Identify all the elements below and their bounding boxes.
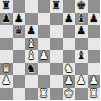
piece-white-pawn[interactable]: ♟: [89, 75, 99, 88]
square-e7[interactable]: [50, 13, 63, 26]
square-g5[interactable]: [75, 38, 88, 51]
piece-white-knight[interactable]: ♞: [64, 63, 74, 76]
piece-black-pawn[interactable]: ♟: [1, 13, 11, 26]
square-c7[interactable]: [25, 13, 38, 26]
square-d1[interactable]: ♜: [38, 88, 51, 101]
square-h3[interactable]: [88, 63, 101, 76]
square-a4[interactable]: [0, 50, 13, 63]
piece-white-pawn[interactable]: ♟: [76, 75, 86, 88]
square-f7[interactable]: ♟: [63, 13, 76, 26]
square-h2[interactable]: ♟: [88, 75, 101, 88]
square-a1[interactable]: [0, 88, 13, 101]
square-e2[interactable]: [50, 75, 63, 88]
piece-black-pawn[interactable]: ♟: [26, 25, 36, 38]
piece-black-pawn[interactable]: ♟: [89, 13, 99, 26]
square-f4[interactable]: [63, 50, 76, 63]
square-d5[interactable]: [38, 38, 51, 51]
square-f8[interactable]: [63, 0, 76, 13]
square-b4[interactable]: [13, 50, 26, 63]
square-b5[interactable]: [13, 38, 26, 51]
square-c8[interactable]: [25, 0, 38, 13]
square-g7[interactable]: ♝: [75, 13, 88, 26]
piece-black-bishop[interactable]: ♝: [76, 50, 86, 63]
square-a7[interactable]: ♟: [0, 13, 13, 26]
square-g1[interactable]: [75, 88, 88, 101]
square-f1[interactable]: ♚: [63, 88, 76, 101]
square-c6[interactable]: ♟: [25, 25, 38, 38]
piece-black-king[interactable]: ♚: [76, 0, 86, 13]
piece-black-rook[interactable]: ♜: [51, 0, 61, 13]
piece-white-rook[interactable]: ♜: [89, 88, 99, 101]
square-a8[interactable]: ♜: [0, 0, 13, 13]
square-d6[interactable]: [38, 25, 51, 38]
square-h1[interactable]: ♜: [88, 88, 101, 101]
square-f2[interactable]: ♟: [63, 75, 76, 88]
square-f6[interactable]: [63, 25, 76, 38]
piece-white-queen[interactable]: ♛: [1, 63, 11, 76]
square-a6[interactable]: [0, 25, 13, 38]
square-c2[interactable]: [25, 75, 38, 88]
square-h8[interactable]: [88, 0, 101, 13]
square-e4[interactable]: [50, 50, 63, 63]
square-b2[interactable]: [13, 75, 26, 88]
square-g3[interactable]: [75, 63, 88, 76]
square-d3[interactable]: [38, 63, 51, 76]
piece-white-bishop[interactable]: ♝: [26, 38, 36, 51]
piece-white-king[interactable]: ♚: [64, 88, 74, 101]
square-e5[interactable]: [50, 38, 63, 51]
square-b1[interactable]: [13, 88, 26, 101]
square-c4[interactable]: ♝: [25, 50, 38, 63]
piece-black-rook[interactable]: ♜: [1, 0, 11, 13]
square-e6[interactable]: [50, 25, 63, 38]
square-f5[interactable]: [63, 38, 76, 51]
square-a3[interactable]: ♛: [0, 63, 13, 76]
square-b7[interactable]: ♟: [13, 13, 26, 26]
chess-board: ♜♜♚♟♟♟♝♟♛♟♟♝♝♟♝♛♞♞♟♟♟♟♜♚♜: [0, 0, 100, 100]
square-g8[interactable]: ♚: [75, 0, 88, 13]
square-h7[interactable]: ♟: [88, 13, 101, 26]
square-a2[interactable]: ♟: [0, 75, 13, 88]
square-b8[interactable]: [13, 0, 26, 13]
piece-black-pawn[interactable]: ♟: [14, 13, 24, 26]
piece-black-knight[interactable]: ♞: [26, 63, 36, 76]
square-d4[interactable]: ♟: [38, 50, 51, 63]
square-g2[interactable]: ♟: [75, 75, 88, 88]
piece-black-queen[interactable]: ♛: [14, 25, 24, 38]
square-d2[interactable]: [38, 75, 51, 88]
square-g6[interactable]: ♟: [75, 25, 88, 38]
square-h6[interactable]: [88, 25, 101, 38]
square-f3[interactable]: ♞: [63, 63, 76, 76]
piece-black-bishop[interactable]: ♝: [76, 13, 86, 26]
square-e1[interactable]: [50, 88, 63, 101]
square-b3[interactable]: [13, 63, 26, 76]
square-d7[interactable]: [38, 13, 51, 26]
square-e3[interactable]: [50, 63, 63, 76]
square-g4[interactable]: ♝: [75, 50, 88, 63]
square-b6[interactable]: ♛: [13, 25, 26, 38]
piece-black-pawn[interactable]: ♟: [64, 13, 74, 26]
square-d8[interactable]: [38, 0, 51, 13]
piece-white-pawn[interactable]: ♟: [1, 75, 11, 88]
square-a5[interactable]: [0, 38, 13, 51]
piece-white-pawn[interactable]: ♟: [39, 50, 49, 63]
square-h4[interactable]: [88, 50, 101, 63]
piece-white-bishop[interactable]: ♝: [26, 50, 36, 63]
square-c3[interactable]: ♞: [25, 63, 38, 76]
square-c1[interactable]: [25, 88, 38, 101]
piece-black-pawn[interactable]: ♟: [76, 25, 86, 38]
piece-white-pawn[interactable]: ♟: [64, 75, 74, 88]
square-e8[interactable]: ♜: [50, 0, 63, 13]
piece-white-rook[interactable]: ♜: [39, 88, 49, 101]
square-c5[interactable]: ♝: [25, 38, 38, 51]
square-h5[interactable]: [88, 38, 101, 51]
